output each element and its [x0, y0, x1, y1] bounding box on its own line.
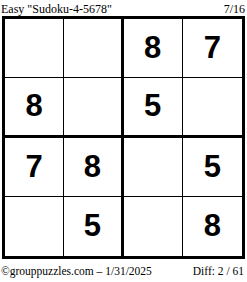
page-footer: ©grouppuzzles.com – 1/31/2025 Diff: 2 / …: [0, 259, 247, 278]
cell-r4c2: 5: [64, 197, 123, 256]
sudoku-board: 878578558: [2, 16, 245, 259]
cell-r2c1: 8: [5, 78, 64, 137]
cell-r4c1: [5, 197, 64, 256]
cell-r3c1: 7: [5, 138, 64, 197]
cell-r2c4: [183, 78, 242, 137]
cell-r3c3: [124, 138, 183, 197]
cell-r1c3: 8: [124, 19, 183, 78]
page-number: 7/16: [224, 2, 245, 16]
puzzle-title: Easy "Sudoku-4-5678": [1, 2, 112, 16]
page-header: Easy "Sudoku-4-5678" 7/16: [0, 0, 247, 16]
cell-r1c2: [64, 19, 123, 78]
cell-r1c1: [5, 19, 64, 78]
difficulty-text: Diff: 2 / 61: [193, 265, 244, 278]
copyright-text: ©grouppuzzles.com – 1/31/2025: [1, 265, 152, 278]
cell-r3c2: 8: [64, 138, 123, 197]
cell-r4c3: [124, 197, 183, 256]
cell-r4c4: 8: [183, 197, 242, 256]
cell-r3c4: 5: [183, 138, 242, 197]
cell-r1c4: 7: [183, 19, 242, 78]
puzzle-page: Easy "Sudoku-4-5678" 7/16 878578558 ©gro…: [0, 0, 247, 282]
cell-r2c2: [64, 78, 123, 137]
cell-r2c3: 5: [124, 78, 183, 137]
